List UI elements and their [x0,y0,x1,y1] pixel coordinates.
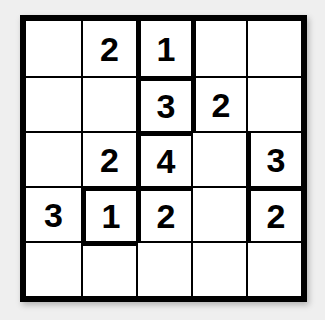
cell-r1c3[interactable]: 1 [136,21,191,76]
cell-r5c1[interactable] [26,241,81,296]
puzzle-board: 21322433122 [20,15,307,302]
cell-r4c3[interactable]: 2 [136,186,191,241]
cell-r4c1[interactable]: 3 [26,186,81,241]
cell-r5c4[interactable] [191,241,246,296]
cell-r4c4[interactable] [191,186,246,241]
cell-r1c5[interactable] [246,21,301,76]
cell-r2c5[interactable] [246,76,301,131]
cell-r1c1[interactable] [26,21,81,76]
cell-r3c2[interactable]: 2 [81,131,136,186]
cell-r4c2[interactable]: 1 [81,186,136,241]
cell-r2c1[interactable] [26,76,81,131]
cell-r3c4[interactable] [191,131,246,186]
cell-r3c1[interactable] [26,131,81,186]
cell-r2c3[interactable]: 3 [136,76,191,131]
cell-r3c3[interactable]: 4 [136,131,191,186]
cell-r2c2[interactable] [81,76,136,131]
cell-r4c5[interactable]: 2 [246,186,301,241]
cell-r3c5[interactable]: 3 [246,131,301,186]
puzzle-grid: 21322433122 [26,21,301,296]
cell-r1c4[interactable] [191,21,246,76]
cell-r5c3[interactable] [136,241,191,296]
cell-r1c2[interactable]: 2 [81,21,136,76]
page: 21322433122 [0,0,325,302]
cell-r2c4[interactable]: 2 [191,76,246,131]
cell-r5c2[interactable] [81,241,136,296]
cell-r5c5[interactable] [246,241,301,296]
